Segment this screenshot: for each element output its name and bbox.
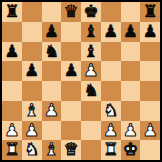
piece-black-knight[interactable]: ♞ (83, 81, 98, 100)
square-g1[interactable]: ♚ (121, 140, 141, 160)
square-e7[interactable]: ♝ (81, 22, 101, 42)
square-c4[interactable] (42, 81, 62, 101)
square-d5[interactable]: ♟ (61, 61, 81, 81)
square-f2[interactable]: ♟ (101, 121, 121, 141)
square-c5[interactable] (42, 61, 62, 81)
square-g4[interactable] (121, 81, 141, 101)
square-b5[interactable]: ♟ (22, 61, 42, 81)
square-d2[interactable] (61, 121, 81, 141)
piece-white-bishop[interactable]: ♝ (44, 140, 59, 159)
square-a6[interactable]: ♟ (2, 42, 22, 62)
piece-black-bishop[interactable]: ♝ (83, 42, 98, 61)
piece-black-pawn[interactable]: ♟ (24, 61, 39, 80)
square-h5[interactable] (140, 61, 160, 81)
square-b4[interactable] (22, 81, 42, 101)
piece-white-bishop[interactable]: ♝ (24, 101, 39, 120)
square-f8[interactable] (101, 2, 121, 22)
square-h2[interactable]: ♟ (140, 121, 160, 141)
square-b8[interactable] (22, 2, 42, 22)
square-b6[interactable] (22, 42, 42, 62)
square-f6[interactable] (101, 42, 121, 62)
piece-white-rook[interactable]: ♜ (103, 140, 118, 159)
square-a4[interactable] (2, 81, 22, 101)
square-c2[interactable] (42, 121, 62, 141)
square-b1[interactable]: ♞ (22, 140, 42, 160)
square-e1[interactable] (81, 140, 101, 160)
square-b7[interactable] (22, 22, 42, 42)
square-a5[interactable] (2, 61, 22, 81)
square-g2[interactable]: ♟ (121, 121, 141, 141)
square-b2[interactable]: ♟ (22, 121, 42, 141)
square-h3[interactable] (140, 101, 160, 121)
square-c3[interactable]: ♟ (42, 101, 62, 121)
square-d4[interactable] (61, 81, 81, 101)
square-c6[interactable]: ♞ (42, 42, 62, 62)
square-h4[interactable] (140, 81, 160, 101)
square-h8[interactable]: ♜ (140, 2, 160, 22)
piece-white-pawn[interactable]: ♟ (123, 121, 138, 140)
square-e8[interactable]: ♚ (81, 2, 101, 22)
piece-black-rook[interactable]: ♜ (143, 2, 158, 21)
square-g8[interactable] (121, 2, 141, 22)
square-g3[interactable] (121, 101, 141, 121)
piece-white-pawn[interactable]: ♟ (83, 61, 98, 80)
square-d1[interactable]: ♛ (61, 140, 81, 160)
square-e2[interactable] (81, 121, 101, 141)
piece-black-rook[interactable]: ♜ (4, 2, 19, 21)
square-h6[interactable] (140, 42, 160, 62)
square-e4[interactable]: ♞ (81, 81, 101, 101)
square-g7[interactable]: ♟ (121, 22, 141, 42)
piece-white-knight[interactable]: ♞ (103, 101, 118, 120)
square-f4[interactable] (101, 81, 121, 101)
square-a7[interactable] (2, 22, 22, 42)
square-c7[interactable]: ♟ (42, 22, 62, 42)
piece-black-king[interactable]: ♚ (83, 2, 98, 21)
piece-white-pawn[interactable]: ♟ (44, 101, 59, 120)
square-d6[interactable] (61, 42, 81, 62)
piece-black-pawn[interactable]: ♟ (143, 22, 158, 41)
piece-black-pawn[interactable]: ♟ (103, 22, 118, 41)
square-g5[interactable] (121, 61, 141, 81)
piece-black-bishop[interactable]: ♝ (83, 22, 98, 41)
square-c1[interactable]: ♝ (42, 140, 62, 160)
square-c8[interactable] (42, 2, 62, 22)
piece-black-queen[interactable]: ♛ (64, 2, 79, 21)
square-f1[interactable]: ♜ (101, 140, 121, 160)
piece-white-pawn[interactable]: ♟ (24, 121, 39, 140)
piece-white-pawn[interactable]: ♟ (143, 121, 158, 140)
square-e3[interactable] (81, 101, 101, 121)
square-a8[interactable]: ♜ (2, 2, 22, 22)
piece-white-knight[interactable]: ♞ (24, 140, 39, 159)
piece-white-rook[interactable]: ♜ (4, 140, 19, 159)
square-d8[interactable]: ♛ (61, 2, 81, 22)
piece-white-pawn[interactable]: ♟ (103, 121, 118, 140)
piece-white-pawn[interactable]: ♟ (4, 121, 19, 140)
piece-white-king[interactable]: ♚ (123, 140, 138, 159)
chess-board: ♜♛♚♜♟♝♟♟♟♟♞♝♟♟♟♞♝♟♞♟♟♟♟♟♜♞♝♛♜♚ (0, 0, 162, 162)
piece-black-pawn[interactable]: ♟ (44, 22, 59, 41)
square-f3[interactable]: ♞ (101, 101, 121, 121)
square-f5[interactable] (101, 61, 121, 81)
piece-black-pawn[interactable]: ♟ (123, 22, 138, 41)
square-f7[interactable]: ♟ (101, 22, 121, 42)
square-a3[interactable] (2, 101, 22, 121)
square-a1[interactable]: ♜ (2, 140, 22, 160)
piece-black-knight[interactable]: ♞ (44, 42, 59, 61)
square-e6[interactable]: ♝ (81, 42, 101, 62)
square-e5[interactable]: ♟ (81, 61, 101, 81)
square-a2[interactable]: ♟ (2, 121, 22, 141)
square-d7[interactable] (61, 22, 81, 42)
square-h7[interactable]: ♟ (140, 22, 160, 42)
square-d3[interactable] (61, 101, 81, 121)
square-h1[interactable] (140, 140, 160, 160)
piece-black-pawn[interactable]: ♟ (64, 61, 79, 80)
square-g6[interactable] (121, 42, 141, 62)
piece-white-queen[interactable]: ♛ (64, 140, 79, 159)
piece-black-pawn[interactable]: ♟ (4, 42, 19, 61)
square-b3[interactable]: ♝ (22, 101, 42, 121)
